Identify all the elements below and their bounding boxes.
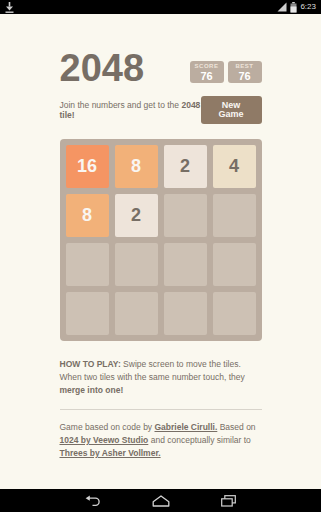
empty-cell (213, 194, 256, 237)
empty-cell (213, 243, 256, 286)
board[interactable]: 1682482 (60, 139, 262, 341)
empty-cell (213, 292, 256, 335)
back-icon (85, 495, 101, 507)
empty-cell (66, 243, 109, 286)
status-bar-right: 6:23 (277, 0, 316, 14)
empty-cell (164, 194, 207, 237)
tile-16: 16 (66, 145, 109, 188)
page-title: 2048 (60, 48, 145, 88)
battery-icon (290, 2, 297, 13)
home-button[interactable] (152, 494, 170, 507)
screen: { "game": "2048", "position": { "grid": … (0, 0, 321, 512)
game-tagline: Join the numbers and get to the 2048 til… (60, 100, 201, 120)
back-button[interactable] (84, 494, 102, 507)
how-to-play-label: HOW TO PLAY: (60, 359, 121, 369)
best-box: BEST 76 (228, 61, 262, 83)
sub-header: Join the numbers and get to the 2048 til… (60, 96, 262, 124)
credits-segment: Based on (217, 422, 255, 432)
score-box: SCORE 76 (190, 61, 224, 83)
status-bar: 6:23 (0, 0, 321, 14)
how-to-play-bold: merge into one! (60, 385, 124, 395)
best-value: 76 (233, 70, 257, 82)
empty-cell (164, 243, 207, 286)
link-gabriele-cirulli[interactable]: Gabriele Cirulli. (154, 422, 217, 432)
empty-cell (164, 292, 207, 335)
status-clock: 6:23 (300, 0, 316, 14)
divider (60, 409, 262, 410)
download-icon (5, 2, 14, 13)
tile-8: 8 (66, 194, 109, 237)
how-to-play-text: HOW TO PLAY: Swipe screen to move the ti… (60, 358, 262, 398)
empty-cell (66, 292, 109, 335)
score-label: SCORE (195, 63, 219, 70)
status-bar-left (5, 2, 14, 13)
credits-segment: Game based on code by (60, 422, 155, 432)
tile-4: 4 (213, 145, 256, 188)
score-panel: SCORE 76 BEST 76 (190, 61, 262, 83)
recent-apps-button[interactable] (220, 494, 238, 507)
best-label: BEST (233, 63, 257, 70)
recent-apps-icon (221, 495, 236, 507)
navigation-bar (0, 489, 321, 512)
credits-segment: and conceptually similar to (148, 435, 251, 445)
score-value: 76 (195, 70, 219, 82)
link-1024-veewo[interactable]: 1024 by Veewo Studio (60, 435, 149, 445)
home-icon (152, 495, 170, 507)
new-game-button[interactable]: New Game (201, 96, 262, 124)
tile-2: 2 (115, 194, 158, 237)
game-page: 2048 SCORE 76 BEST 76 Join the numbers a… (60, 0, 262, 460)
signal-icon (277, 2, 287, 12)
tile-2: 2 (164, 145, 207, 188)
empty-cell (115, 243, 158, 286)
link-threes[interactable]: Threes by Asher Vollmer. (60, 448, 161, 458)
tagline-text: Join the numbers and get to the (60, 100, 182, 110)
empty-cell (115, 292, 158, 335)
tile-8: 8 (115, 145, 158, 188)
header: 2048 SCORE 76 BEST 76 (60, 48, 262, 88)
credits-text: Game based on code by Gabriele Cirulli. … (60, 421, 262, 461)
